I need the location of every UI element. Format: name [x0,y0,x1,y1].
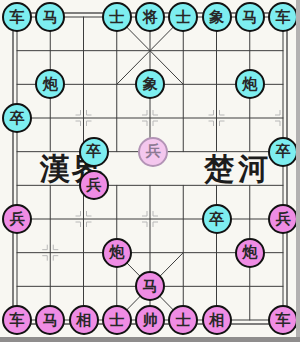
pieces-layer: 车马士将士象马车炮象炮卒卒兵卒兵兵卒兵炮炮马车马相士帅士相车 [0,0,300,342]
piece-black-elephant[interactable]: 象 [202,2,232,32]
piece-black-chariot[interactable]: 车 [268,2,298,32]
piece-black-advisor[interactable]: 士 [102,2,132,32]
piece-label: 兵 [86,178,101,193]
piece-label: 马 [43,10,58,25]
piece-black-general[interactable]: 将 [135,2,165,32]
piece-black-cannon[interactable]: 炮 [235,69,265,99]
screen-edge-shadow-right [296,0,300,342]
piece-red-cannon[interactable]: 炮 [235,238,265,268]
piece-red-elephant[interactable]: 相 [69,305,99,335]
piece-label: 士 [109,313,124,328]
piece-black-elephant[interactable]: 象 [135,69,165,99]
piece-red-horse[interactable]: 马 [35,305,65,335]
piece-label: 相 [76,313,91,328]
piece-black-cannon[interactable]: 炮 [35,69,65,99]
piece-label: 士 [176,313,191,328]
piece-label: 马 [242,10,257,25]
piece-red-soldier-ghost[interactable]: 兵 [138,137,168,167]
piece-red-chariot[interactable]: 车 [2,305,32,335]
piece-red-cannon[interactable]: 炮 [102,238,132,268]
piece-black-horse[interactable]: 马 [35,2,65,32]
piece-black-soldier[interactable]: 卒 [202,204,232,234]
piece-label: 马 [143,279,158,294]
piece-red-horse[interactable]: 马 [135,271,165,301]
piece-label: 相 [209,313,224,328]
piece-label: 将 [143,10,158,25]
piece-label: 帅 [143,313,158,328]
piece-label: 兵 [146,144,161,159]
piece-red-chariot[interactable]: 车 [268,305,298,335]
xiangqi-board-screenshot: 漢界 楚河 车马士将士象马车炮象炮卒卒兵卒兵兵卒兵炮炮马车马相士帅士相车 [0,0,300,342]
piece-red-soldier[interactable]: 兵 [2,204,32,234]
piece-black-horse[interactable]: 马 [235,2,265,32]
piece-red-soldier[interactable]: 兵 [268,204,298,234]
piece-label: 炮 [242,77,257,92]
piece-black-advisor[interactable]: 士 [168,2,198,32]
piece-black-soldier[interactable]: 卒 [268,137,298,167]
piece-label: 炮 [242,245,257,260]
piece-label: 车 [276,313,291,328]
piece-label: 士 [176,10,191,25]
piece-black-soldier[interactable]: 卒 [2,103,32,133]
piece-label: 车 [276,10,291,25]
piece-red-general[interactable]: 帅 [135,305,165,335]
piece-label: 卒 [10,111,25,126]
piece-label: 象 [143,77,158,92]
screen-edge-shadow-bottom [0,337,300,342]
piece-label: 卒 [276,144,291,159]
piece-black-chariot[interactable]: 车 [2,2,32,32]
piece-label: 炮 [43,77,58,92]
piece-label: 兵 [10,212,25,227]
piece-label: 卒 [209,212,224,227]
piece-label: 车 [10,10,25,25]
piece-label: 卒 [86,144,101,159]
piece-label: 象 [209,10,224,25]
piece-black-soldier[interactable]: 卒 [79,137,109,167]
piece-red-advisor[interactable]: 士 [102,305,132,335]
piece-red-elephant[interactable]: 相 [202,305,232,335]
piece-red-advisor[interactable]: 士 [168,305,198,335]
piece-label: 兵 [276,212,291,227]
piece-label: 炮 [109,245,124,260]
piece-red-soldier[interactable]: 兵 [79,170,109,200]
piece-label: 车 [10,313,25,328]
piece-label: 马 [43,313,58,328]
piece-label: 士 [109,10,124,25]
